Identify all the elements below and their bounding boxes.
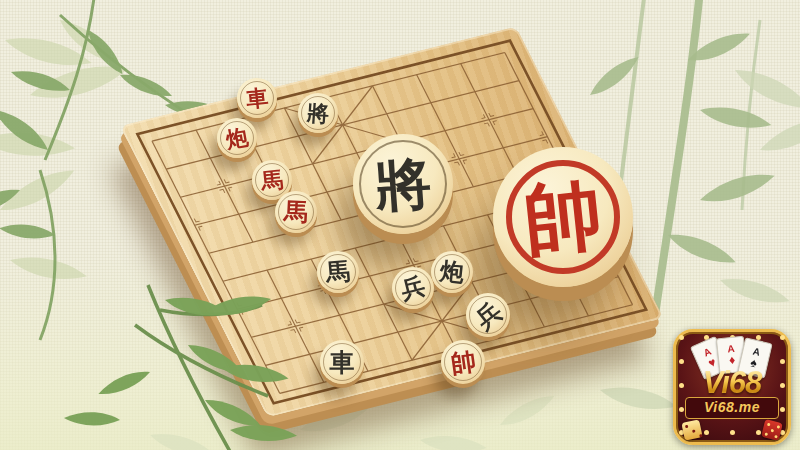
dice-icon bbox=[681, 419, 702, 440]
piece-black-soldier[interactable]: 兵 bbox=[392, 267, 434, 309]
piece-red-cannon[interactable]: 炮 bbox=[217, 118, 257, 158]
piece-glyph: 馬 bbox=[260, 168, 284, 192]
dice-icon bbox=[761, 419, 783, 441]
piece-glyph: 馬 bbox=[283, 199, 308, 224]
piece-red-chariot[interactable]: 車 bbox=[237, 78, 277, 118]
piece-black-cannon[interactable]: 炮 bbox=[431, 251, 473, 293]
splash-scene: 車將炮馬馬馬兵炮兵車帥將帥 A♥A♦A♠ Vi68 Vi68.me bbox=[0, 0, 800, 450]
piece-glyph: 帥 bbox=[449, 348, 477, 376]
piece-glyph: 將 bbox=[373, 154, 433, 214]
logo-title: Vi68 bbox=[676, 365, 788, 401]
piece-red-general[interactable]: 帥 bbox=[441, 340, 485, 384]
piece-black-general[interactable]: 將 bbox=[298, 93, 338, 133]
piece-glyph: 車 bbox=[245, 86, 269, 110]
vi68-logo[interactable]: A♥A♦A♠ Vi68 Vi68.me bbox=[673, 329, 791, 445]
logo-subtitle: Vi68.me bbox=[685, 397, 779, 419]
piece-glyph: 車 bbox=[330, 350, 355, 375]
piece-glyph: 炮 bbox=[439, 259, 465, 285]
piece-glyph: 兵 bbox=[470, 297, 505, 332]
piece-red-showpiece-general-red[interactable]: 帥 bbox=[493, 147, 633, 287]
piece-glyph: 將 bbox=[306, 101, 329, 124]
piece-glyph: 馬 bbox=[325, 259, 351, 285]
piece-black-chariot[interactable]: 車 bbox=[320, 340, 364, 384]
piece-red-horse[interactable]: 馬 bbox=[275, 191, 317, 233]
piece-black-horse[interactable]: 馬 bbox=[317, 251, 359, 293]
piece-black-showpiece-general-black[interactable]: 將 bbox=[353, 134, 453, 234]
piece-glyph: 帥 bbox=[520, 174, 606, 260]
piece-glyph: 炮 bbox=[224, 125, 249, 150]
piece-black-soldier[interactable]: 兵 bbox=[466, 293, 510, 337]
piece-glyph: 兵 bbox=[398, 273, 427, 302]
